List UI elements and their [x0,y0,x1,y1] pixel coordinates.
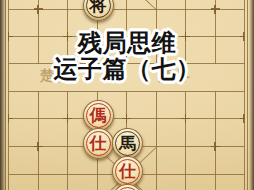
file-line-i [244,0,245,190]
board-border-right [247,0,248,190]
star-point-b8 [34,142,43,151]
piece-black-horse-e8[interactable]: 馬 [112,128,143,159]
file-line-f-bottom [156,91,157,190]
file-line-b-bottom [38,91,39,190]
star-point-e7 [122,114,131,123]
star-point-h8 [211,142,220,151]
piece-red-advisor-d8[interactable]: 仕 [83,128,114,159]
file-line-h-bottom [215,91,216,190]
piece-glyph: 傌 [90,106,107,123]
piece-glyph: 将 [90,0,107,14]
video-title-overlay: 残局思维 运子篇（七） [0,30,254,81]
star-point-g7 [181,114,190,123]
star-point-c7 [63,114,72,123]
title-line-2: 运子篇（七） [0,56,254,82]
file-line-g-bottom [185,91,186,190]
title-line-1: 残局思维 [0,30,254,56]
file-line-c-bottom [67,91,68,190]
piece-red-horse-d7[interactable]: 傌 [83,100,114,131]
board-border-left [5,0,6,190]
star-point-h3 [211,5,220,14]
piece-red-advisor-e9[interactable]: 仕 [112,156,143,187]
screen-edge-shadow-right [249,0,254,190]
file-line-a [8,0,9,190]
piece-glyph: 仕 [90,134,107,151]
star-point-b3 [34,5,43,14]
piece-glyph: 馬 [119,134,136,151]
piece-glyph: 仕 [119,162,136,179]
piece-black-general-d3[interactable]: 将 [83,0,114,21]
xiangqi-board[interactable]: 楚河 漢界 将傌仕馬仕帥 残局思维 运子篇（七） [0,0,254,190]
